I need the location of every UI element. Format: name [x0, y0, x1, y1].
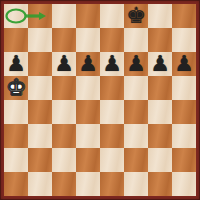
square-e4[interactable]	[100, 100, 124, 124]
black-pawn[interactable]: ♟	[174, 53, 194, 75]
black-pawn[interactable]: ♟	[150, 53, 170, 75]
square-a7[interactable]	[4, 28, 28, 52]
square-f6[interactable]: ♟	[124, 52, 148, 76]
square-a6[interactable]: ♟	[4, 52, 28, 76]
square-d2[interactable]	[76, 148, 100, 172]
square-b3[interactable]	[28, 124, 52, 148]
square-b4[interactable]	[28, 100, 52, 124]
square-e3[interactable]	[100, 124, 124, 148]
black-king[interactable]: ♚	[126, 5, 146, 27]
black-pawn[interactable]: ♟	[102, 53, 122, 75]
square-e8[interactable]	[100, 4, 124, 28]
square-d1[interactable]	[76, 172, 100, 196]
white-king[interactable]: ♚	[6, 77, 26, 99]
square-g4[interactable]	[148, 100, 172, 124]
square-b6[interactable]	[28, 52, 52, 76]
square-a1[interactable]	[4, 172, 28, 196]
square-h6[interactable]: ♟	[172, 52, 196, 76]
square-c2[interactable]	[52, 148, 76, 172]
square-e5[interactable]	[100, 76, 124, 100]
square-f1[interactable]	[124, 172, 148, 196]
square-b7[interactable]	[28, 28, 52, 52]
square-d5[interactable]	[76, 76, 100, 100]
square-c8[interactable]	[52, 4, 76, 28]
square-c3[interactable]	[52, 124, 76, 148]
square-g1[interactable]	[148, 172, 172, 196]
square-a3[interactable]	[4, 124, 28, 148]
square-g5[interactable]	[148, 76, 172, 100]
black-pawn[interactable]: ♟	[6, 53, 26, 75]
square-c4[interactable]	[52, 100, 76, 124]
square-a4[interactable]	[4, 100, 28, 124]
square-d7[interactable]	[76, 28, 100, 52]
square-b1[interactable]	[28, 172, 52, 196]
square-d4[interactable]	[76, 100, 100, 124]
square-g6[interactable]: ♟	[148, 52, 172, 76]
square-g7[interactable]	[148, 28, 172, 52]
black-pawn[interactable]: ♟	[126, 53, 146, 75]
square-h7[interactable]	[172, 28, 196, 52]
square-h2[interactable]	[172, 148, 196, 172]
square-b5[interactable]	[28, 76, 52, 100]
square-h4[interactable]	[172, 100, 196, 124]
square-f3[interactable]	[124, 124, 148, 148]
square-e2[interactable]	[100, 148, 124, 172]
square-h5[interactable]	[172, 76, 196, 100]
square-g3[interactable]	[148, 124, 172, 148]
square-f5[interactable]	[124, 76, 148, 100]
square-b2[interactable]	[28, 148, 52, 172]
square-h3[interactable]	[172, 124, 196, 148]
square-g8[interactable]	[148, 4, 172, 28]
square-a2[interactable]	[4, 148, 28, 172]
chess-board-frame: ♚♟♟♟♟♟♟♟♚	[0, 0, 200, 200]
square-c6[interactable]: ♟	[52, 52, 76, 76]
square-e7[interactable]	[100, 28, 124, 52]
square-g2[interactable]	[148, 148, 172, 172]
square-c7[interactable]	[52, 28, 76, 52]
square-h1[interactable]	[172, 172, 196, 196]
square-d3[interactable]	[76, 124, 100, 148]
square-f2[interactable]	[124, 148, 148, 172]
square-d6[interactable]: ♟	[76, 52, 100, 76]
square-d8[interactable]	[76, 4, 100, 28]
black-pawn[interactable]: ♟	[54, 53, 74, 75]
square-f4[interactable]	[124, 100, 148, 124]
black-pawn[interactable]: ♟	[78, 53, 98, 75]
square-a8[interactable]	[4, 4, 28, 28]
square-e1[interactable]	[100, 172, 124, 196]
square-f7[interactable]	[124, 28, 148, 52]
square-e6[interactable]: ♟	[100, 52, 124, 76]
board-squares: ♚♟♟♟♟♟♟♟♚	[4, 4, 196, 196]
square-b8[interactable]	[28, 4, 52, 28]
square-c5[interactable]	[52, 76, 76, 100]
square-a5[interactable]: ♚	[4, 76, 28, 100]
square-f8[interactable]: ♚	[124, 4, 148, 28]
square-c1[interactable]	[52, 172, 76, 196]
square-h8[interactable]	[172, 4, 196, 28]
